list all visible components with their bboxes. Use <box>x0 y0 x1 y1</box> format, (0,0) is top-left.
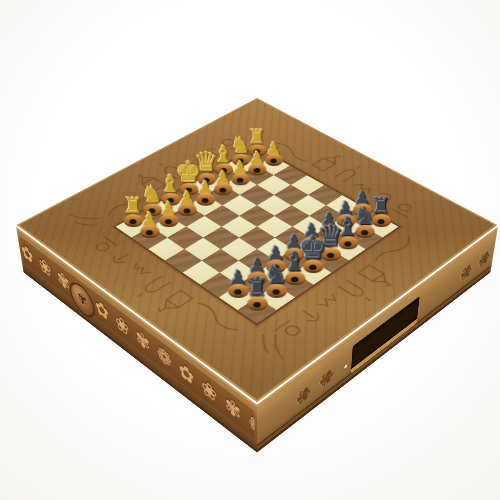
socle-medallion <box>146 230 153 235</box>
socle-medallion <box>219 187 226 192</box>
socle-medallion <box>237 177 244 182</box>
screw-dot <box>344 364 347 369</box>
socle-medallion <box>270 158 277 163</box>
wooden-socle <box>247 296 268 310</box>
socle-medallion <box>202 198 209 203</box>
chess-set-photo: ♜♞♝♛♚♝♞♜♟♟♟♟♟♟♟♟♟♟♟♟♟♟♟♟♜♞♝♛♚♝♞♜ ✿ ❀ ✾ ❁… <box>0 0 500 500</box>
socle-medallion <box>253 302 261 307</box>
piece-white-pawn-h2[interactable]: ♟ <box>134 206 164 237</box>
wooden-socle <box>140 225 159 238</box>
socle-medallion <box>184 208 191 213</box>
piece-black-rook-h8[interactable]: ♜ <box>241 273 274 310</box>
socle-medallion <box>254 168 261 173</box>
chess-box: ♜♞♝♛♚♝♞♜♟♟♟♟♟♟♟♟♟♟♟♟♟♟♟♟♜♞♝♛♚♝♞♜ ✿ ❀ ✾ ❁… <box>17 98 498 402</box>
socle-medallion <box>165 219 172 224</box>
socle-medallion <box>272 289 280 294</box>
